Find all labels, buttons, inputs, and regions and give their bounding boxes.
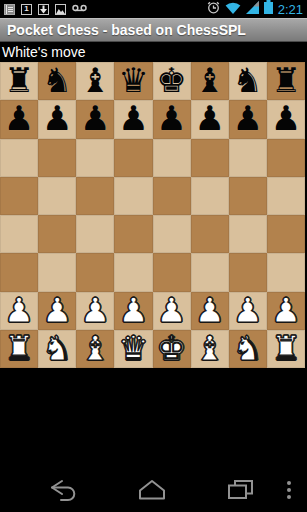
- square-b7[interactable]: ♟: [38, 100, 76, 138]
- square-c3[interactable]: [76, 253, 114, 291]
- square-e6[interactable]: [153, 139, 191, 177]
- square-c6[interactable]: [76, 139, 114, 177]
- square-d5[interactable]: [114, 177, 152, 215]
- calendar-1-icon: 1: [21, 4, 32, 15]
- square-c5[interactable]: [76, 177, 114, 215]
- square-g3[interactable]: [229, 253, 267, 291]
- piece-white-pawn[interactable]: ♟: [4, 293, 34, 327]
- square-h2[interactable]: ♟: [267, 292, 305, 330]
- move-status-bar: White's move: [0, 42, 307, 62]
- square-f7[interactable]: ♟: [191, 100, 229, 138]
- piece-black-knight[interactable]: ♞: [42, 63, 72, 97]
- square-a1[interactable]: ♜: [0, 330, 38, 368]
- memo-icon: [4, 4, 15, 15]
- piece-black-pawn[interactable]: ♟: [42, 101, 72, 135]
- square-f8[interactable]: ♝: [191, 62, 229, 100]
- title-bar: Pocket Chess - based on ChessSPL: [0, 18, 307, 42]
- square-h8[interactable]: ♜: [267, 62, 305, 100]
- square-e4[interactable]: [153, 215, 191, 253]
- recents-button[interactable]: [227, 479, 254, 504]
- piece-black-pawn[interactable]: ♟: [156, 101, 186, 135]
- piece-black-rook[interactable]: ♜: [271, 63, 301, 97]
- clock-text: 2:21: [278, 2, 303, 17]
- square-h3[interactable]: [267, 253, 305, 291]
- back-button[interactable]: [48, 479, 78, 506]
- piece-white-pawn[interactable]: ♟: [271, 293, 301, 327]
- wifi-icon: [225, 0, 241, 18]
- piece-white-pawn[interactable]: ♟: [80, 293, 110, 327]
- piece-black-pawn[interactable]: ♟: [194, 101, 224, 135]
- piece-white-queen[interactable]: ♛: [118, 331, 148, 365]
- square-a8[interactable]: ♜: [0, 62, 38, 100]
- square-b8[interactable]: ♞: [38, 62, 76, 100]
- android-nav-bar: [0, 468, 307, 512]
- square-a7[interactable]: ♟: [0, 100, 38, 138]
- square-d8[interactable]: ♛: [114, 62, 152, 100]
- square-g2[interactable]: ♟: [229, 292, 267, 330]
- piece-white-pawn[interactable]: ♟: [233, 293, 263, 327]
- square-g5[interactable]: [229, 177, 267, 215]
- square-d4[interactable]: [114, 215, 152, 253]
- piece-black-pawn[interactable]: ♟: [4, 101, 34, 135]
- square-c1[interactable]: ♝: [76, 330, 114, 368]
- square-b2[interactable]: ♟: [38, 292, 76, 330]
- square-g8[interactable]: ♞: [229, 62, 267, 100]
- status-bar[interactable]: 1 2:21: [0, 0, 307, 18]
- square-h1[interactable]: ♜: [267, 330, 305, 368]
- square-b6[interactable]: [38, 139, 76, 177]
- square-a5[interactable]: [0, 177, 38, 215]
- square-c7[interactable]: ♟: [76, 100, 114, 138]
- square-c4[interactable]: [76, 215, 114, 253]
- status-system-icons: 2:21: [207, 0, 303, 18]
- move-status-text: White's move: [2, 44, 86, 60]
- square-d7[interactable]: ♟: [114, 100, 152, 138]
- home-button[interactable]: [138, 479, 166, 504]
- square-d1[interactable]: ♛: [114, 330, 152, 368]
- square-a3[interactable]: [0, 253, 38, 291]
- chess-board[interactable]: ♜♞♝♛♚♝♞♜♟♟♟♟♟♟♟♟♟♟♟♟♟♟♟♟♜♞♝♛♚♝♞♜: [0, 62, 305, 368]
- square-g4[interactable]: [229, 215, 267, 253]
- status-notification-icons: 1: [4, 0, 87, 18]
- piece-black-rook[interactable]: ♜: [4, 63, 34, 97]
- square-f6[interactable]: [191, 139, 229, 177]
- square-e1[interactable]: ♚: [153, 330, 191, 368]
- piece-black-pawn[interactable]: ♟: [80, 101, 110, 135]
- square-a4[interactable]: [0, 215, 38, 253]
- square-f1[interactable]: ♝: [191, 330, 229, 368]
- piece-white-pawn[interactable]: ♟: [156, 293, 186, 327]
- piece-black-king[interactable]: ♚: [156, 63, 186, 97]
- voicemail-icon: [72, 0, 87, 18]
- square-b5[interactable]: [38, 177, 76, 215]
- square-f4[interactable]: [191, 215, 229, 253]
- square-d6[interactable]: [114, 139, 152, 177]
- square-g7[interactable]: ♟: [229, 100, 267, 138]
- square-b1[interactable]: ♞: [38, 330, 76, 368]
- square-a2[interactable]: ♟: [0, 292, 38, 330]
- piece-white-knight[interactable]: ♞: [42, 331, 72, 365]
- square-d3[interactable]: [114, 253, 152, 291]
- square-e7[interactable]: ♟: [153, 100, 191, 138]
- alarm-icon: [207, 0, 220, 18]
- square-c2[interactable]: ♟: [76, 292, 114, 330]
- piece-white-rook[interactable]: ♜: [4, 331, 34, 365]
- piece-black-pawn[interactable]: ♟: [233, 101, 263, 135]
- piece-black-bishop[interactable]: ♝: [80, 63, 110, 97]
- square-b4[interactable]: [38, 215, 76, 253]
- square-h7[interactable]: ♟: [267, 100, 305, 138]
- menu-overflow-button[interactable]: [286, 480, 292, 504]
- square-f3[interactable]: [191, 253, 229, 291]
- signal-icon: [246, 0, 259, 18]
- piece-white-pawn[interactable]: ♟: [42, 293, 72, 327]
- square-g1[interactable]: ♞: [229, 330, 267, 368]
- piece-white-bishop[interactable]: ♝: [194, 331, 224, 365]
- square-g6[interactable]: [229, 139, 267, 177]
- piece-black-knight[interactable]: ♞: [233, 63, 263, 97]
- piece-black-pawn[interactable]: ♟: [118, 101, 148, 135]
- square-a6[interactable]: [0, 139, 38, 177]
- square-h5[interactable]: [267, 177, 305, 215]
- square-f2[interactable]: ♟: [191, 292, 229, 330]
- download-icon: [38, 4, 49, 15]
- piece-black-bishop[interactable]: ♝: [194, 63, 224, 97]
- piece-white-pawn[interactable]: ♟: [194, 293, 224, 327]
- square-e5[interactable]: [153, 177, 191, 215]
- piece-white-bishop[interactable]: ♝: [80, 331, 110, 365]
- phone-screen: 1 2:21: [0, 0, 307, 512]
- square-c8[interactable]: ♝: [76, 62, 114, 100]
- square-d2[interactable]: ♟: [114, 292, 152, 330]
- square-f5[interactable]: [191, 177, 229, 215]
- square-e8[interactable]: ♚: [153, 62, 191, 100]
- piece-white-king[interactable]: ♚: [156, 331, 186, 365]
- app-title: Pocket Chess - based on ChessSPL: [7, 22, 246, 38]
- calendar-number: 1: [24, 5, 28, 13]
- battery-icon: [264, 0, 273, 18]
- square-b3[interactable]: [38, 253, 76, 291]
- piece-black-queen[interactable]: ♛: [118, 63, 148, 97]
- screenshot-icon: [55, 4, 66, 15]
- piece-black-pawn[interactable]: ♟: [271, 101, 301, 135]
- square-h6[interactable]: [267, 139, 305, 177]
- piece-white-knight[interactable]: ♞: [233, 331, 263, 365]
- piece-white-pawn[interactable]: ♟: [118, 293, 148, 327]
- square-e3[interactable]: [153, 253, 191, 291]
- square-h4[interactable]: [267, 215, 305, 253]
- square-e2[interactable]: ♟: [153, 292, 191, 330]
- piece-white-rook[interactable]: ♜: [271, 331, 301, 365]
